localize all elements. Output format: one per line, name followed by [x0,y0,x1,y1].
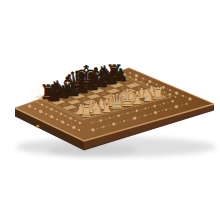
border-scrollwork-dot [154,111,157,114]
border-scrollwork-dot [182,95,184,97]
border-scrollwork-dot [142,78,144,80]
border-scrollwork-dot [109,117,111,119]
product-photo: ♜♞♟♟♝♟♚♟♛♟♝♟♞♟♟♟♜♜♟♟♞♟♝♟♚♟♛♟♝♟♞♜ [0,0,220,200]
border-scrollwork-dot [135,74,138,77]
border-scrollwork-dot [55,111,57,113]
border-scrollwork-dot [112,122,115,125]
border-scrollwork-dot [79,122,81,124]
border-scrollwork-dot [103,126,105,128]
border-scrollwork-dot [169,93,171,95]
border-scrollwork-dot [163,103,165,105]
border-scrollwork-dot [37,102,39,104]
border-scrollwork-dot [50,108,52,110]
border-scrollwork-dot [61,120,64,123]
border-scrollwork-dot [188,97,191,100]
border-scrollwork-dot [34,108,36,110]
border-scrollwork-dot [172,100,174,102]
border-scrollwork-dot [46,106,48,108]
border-scrollwork-dot [135,78,137,80]
border-scrollwork-dot [154,105,156,107]
border-scrollwork-dot [41,103,43,105]
border-scrollwork-dot [175,105,178,108]
border-scrollwork-dot [65,115,67,117]
border-scrollwork-dot [100,119,102,121]
border-scrollwork-dot [39,110,42,113]
border-scrollwork-dot [127,112,129,114]
border-scrollwork-dot [50,115,53,118]
border-scrollwork-dot [165,109,167,111]
border-scrollwork-dot [28,105,31,108]
border-scrollwork-dot [141,81,143,83]
border-scrollwork-dot [123,120,125,122]
border-scrollwork-dot [69,117,71,119]
border-scrollwork-dot [56,119,58,121]
border-scrollwork-dot [175,92,178,95]
border-scrollwork-dot [145,108,147,110]
border-scrollwork-dot [169,89,171,91]
border-scrollwork-dot [32,100,34,102]
border-scrollwork-dot [91,122,93,124]
border-scrollwork-dot [91,128,94,131]
border-scrollwork-dot [74,120,76,122]
border-scrollwork-dot [67,124,69,126]
border-scrollwork-dot [72,126,75,129]
piece-white-rook[interactable]: ♜ [79,102,93,121]
border-scrollwork-dot [78,129,80,131]
border-scrollwork-dot [118,114,120,116]
chess-board: ♜♞♟♟♝♟♚♟♛♟♝♟♞♟♟♟♜♜♟♟♞♟♝♟♚♟♛♟♝♟♞♜ [0,0,220,200]
piece-black-pawn[interactable]: ♟ [46,85,62,105]
border-scrollwork-dot [130,76,132,78]
border-scrollwork-dot [186,103,188,105]
border-scrollwork-dot [133,117,136,120]
border-scrollwork-dot [45,113,47,115]
border-scrollwork-dot [129,72,131,74]
border-scrollwork-dot [175,96,177,98]
border-scrollwork-dot [60,113,62,115]
border-scrollwork-dot [144,115,146,117]
brass-hinge-icon [36,125,39,128]
